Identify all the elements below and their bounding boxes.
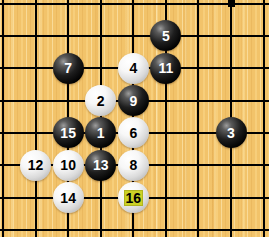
stone-black-3[interactable]: 3 (216, 117, 247, 148)
stone-black-15[interactable]: 15 (53, 117, 84, 148)
stone-move-number: 8 (129, 158, 137, 172)
stone-move-number: 1 (97, 126, 105, 140)
star-point (228, 0, 235, 7)
stone-move-number: 7 (64, 61, 72, 75)
stone-move-number: 16 (124, 190, 144, 206)
stone-move-number: 12 (28, 158, 44, 172)
stone-move-number: 5 (162, 29, 170, 43)
stone-black-13[interactable]: 13 (85, 150, 116, 181)
stone-white-4[interactable]: 4 (118, 53, 149, 84)
grid-line-h (0, 229, 269, 231)
stone-move-number: 14 (60, 191, 76, 205)
stone-move-number: 3 (227, 126, 235, 140)
stone-white-14[interactable]: 14 (53, 182, 84, 213)
stone-move-number: 2 (97, 94, 105, 108)
stone-white-6[interactable]: 6 (118, 117, 149, 148)
stone-move-number: 4 (129, 61, 137, 75)
stone-white-10[interactable]: 10 (53, 150, 84, 181)
stone-white-16[interactable]: 16 (118, 182, 149, 213)
stone-move-number: 9 (129, 94, 137, 108)
stone-black-5[interactable]: 5 (150, 20, 181, 51)
stone-move-number: 6 (129, 126, 137, 140)
stone-move-number: 15 (60, 126, 76, 140)
stone-black-9[interactable]: 9 (118, 85, 149, 116)
stone-white-8[interactable]: 8 (118, 150, 149, 181)
stone-black-11[interactable]: 11 (150, 53, 181, 84)
stone-move-number: 11 (158, 61, 173, 75)
stone-black-1[interactable]: 1 (85, 117, 116, 148)
go-board[interactable]: 12345678910111213141516 (0, 0, 269, 237)
stone-white-2[interactable]: 2 (85, 85, 116, 116)
grid-line-h (0, 35, 269, 37)
stone-move-number: 13 (93, 158, 109, 172)
stone-white-12[interactable]: 12 (20, 150, 51, 181)
stone-black-7[interactable]: 7 (53, 53, 84, 84)
stone-move-number: 10 (60, 158, 76, 172)
